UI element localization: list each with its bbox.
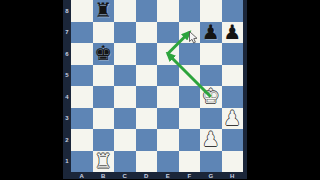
square-e1[interactable] [157, 151, 179, 173]
rank-label-1: 1 [63, 151, 71, 173]
square-f8[interactable] [179, 0, 201, 22]
square-d6[interactable] [136, 43, 158, 65]
square-g5[interactable] [200, 65, 222, 87]
square-e5[interactable] [157, 65, 179, 87]
square-d1[interactable] [136, 151, 158, 173]
square-b3[interactable] [93, 108, 115, 130]
chess-board[interactable]: ♜♟♟♚♚♟♟♜ [71, 0, 243, 172]
square-d2[interactable] [136, 129, 158, 151]
square-b8[interactable]: ♜ [93, 0, 115, 22]
square-f7[interactable] [179, 22, 201, 44]
square-g8[interactable] [200, 0, 222, 22]
square-c5[interactable] [114, 65, 136, 87]
rank-label-8: 8 [63, 0, 71, 22]
white-rook[interactable]: ♜ [93, 151, 115, 173]
square-g6[interactable] [200, 43, 222, 65]
square-a1[interactable] [71, 151, 93, 173]
square-d7[interactable] [136, 22, 158, 44]
square-e7[interactable] [157, 22, 179, 44]
black-pawn[interactable]: ♟ [200, 22, 222, 44]
square-e8[interactable] [157, 0, 179, 22]
square-h8[interactable] [222, 0, 244, 22]
square-b5[interactable] [93, 65, 115, 87]
square-h5[interactable] [222, 65, 244, 87]
rank-label-2: 2 [63, 129, 71, 151]
square-d4[interactable] [136, 86, 158, 108]
square-f1[interactable] [179, 151, 201, 173]
white-pawn[interactable]: ♟ [222, 108, 244, 130]
square-e2[interactable] [157, 129, 179, 151]
square-g1[interactable] [200, 151, 222, 173]
square-c4[interactable] [114, 86, 136, 108]
square-a4[interactable] [71, 86, 93, 108]
file-label-G: G [200, 172, 222, 179]
square-c3[interactable] [114, 108, 136, 130]
board-frame: 87654321 ABCDEFGH ♜♟♟♚♚♟♟♜ [63, 0, 247, 179]
file-label-B: B [93, 172, 115, 179]
square-a3[interactable] [71, 108, 93, 130]
square-c2[interactable] [114, 129, 136, 151]
square-g7[interactable]: ♟ [200, 22, 222, 44]
square-b6[interactable]: ♚ [93, 43, 115, 65]
file-label-A: A [71, 172, 93, 179]
square-a2[interactable] [71, 129, 93, 151]
file-label-H: H [222, 172, 244, 179]
file-label-E: E [157, 172, 179, 179]
file-label-F: F [179, 172, 201, 179]
rank-label-6: 6 [63, 43, 71, 65]
square-a8[interactable] [71, 0, 93, 22]
black-pawn[interactable]: ♟ [222, 22, 244, 44]
square-d8[interactable] [136, 0, 158, 22]
white-pawn[interactable]: ♟ [200, 129, 222, 151]
square-c7[interactable] [114, 22, 136, 44]
square-d3[interactable] [136, 108, 158, 130]
file-label-D: D [136, 172, 158, 179]
square-h6[interactable] [222, 43, 244, 65]
square-a5[interactable] [71, 65, 93, 87]
square-b1[interactable]: ♜ [93, 151, 115, 173]
square-b2[interactable] [93, 129, 115, 151]
black-king[interactable]: ♚ [93, 43, 115, 65]
black-rook[interactable]: ♜ [93, 0, 115, 22]
square-g4[interactable]: ♚ [200, 86, 222, 108]
square-e3[interactable] [157, 108, 179, 130]
square-c8[interactable] [114, 0, 136, 22]
square-f6[interactable] [179, 43, 201, 65]
rank-label-4: 4 [63, 86, 71, 108]
rank-label-3: 3 [63, 108, 71, 130]
square-h2[interactable] [222, 129, 244, 151]
square-b7[interactable] [93, 22, 115, 44]
square-f5[interactable] [179, 65, 201, 87]
square-h1[interactable] [222, 151, 244, 173]
square-a6[interactable] [71, 43, 93, 65]
square-f2[interactable] [179, 129, 201, 151]
white-king[interactable]: ♚ [200, 86, 222, 108]
rank-label-7: 7 [63, 22, 71, 44]
square-f3[interactable] [179, 108, 201, 130]
square-h7[interactable]: ♟ [222, 22, 244, 44]
square-c6[interactable] [114, 43, 136, 65]
square-f4[interactable] [179, 86, 201, 108]
rank-label-5: 5 [63, 65, 71, 87]
square-a7[interactable] [71, 22, 93, 44]
square-e4[interactable] [157, 86, 179, 108]
file-label-C: C [114, 172, 136, 179]
square-d5[interactable] [136, 65, 158, 87]
square-c1[interactable] [114, 151, 136, 173]
square-h3[interactable]: ♟ [222, 108, 244, 130]
square-h4[interactable] [222, 86, 244, 108]
square-g2[interactable]: ♟ [200, 129, 222, 151]
chess-app-window: 87654321 ABCDEFGH ♜♟♟♚♚♟♟♜ [0, 0, 320, 180]
square-e6[interactable] [157, 43, 179, 65]
square-b4[interactable] [93, 86, 115, 108]
square-g3[interactable] [200, 108, 222, 130]
